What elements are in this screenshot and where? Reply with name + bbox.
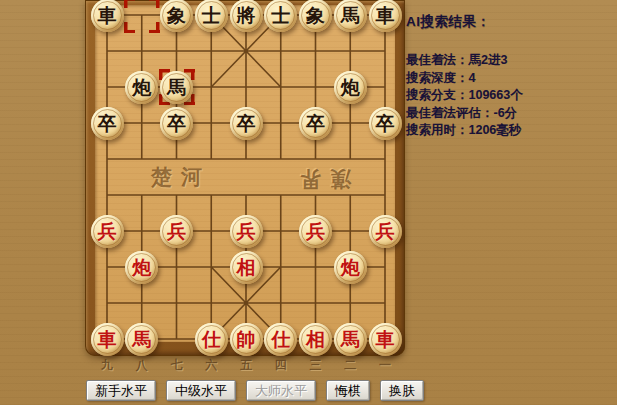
file-label: 八 <box>130 357 154 374</box>
piece-glyph: 炮 <box>334 71 367 104</box>
piece-red-chariot[interactable]: 車 <box>91 323 124 356</box>
ai-result-line: 最佳着法：馬2进3 <box>406 52 611 70</box>
piece-glyph: 車 <box>369 323 402 356</box>
file-label: 九 <box>95 357 119 374</box>
piece-red-soldier[interactable]: 兵 <box>160 215 193 248</box>
file-label: 四 <box>269 357 293 374</box>
app-window: 楚河 漢界 車象士將士象馬車炮馬炮卒卒卒卒卒兵兵兵兵兵炮相炮車馬仕帥仕相馬車 九… <box>0 0 617 405</box>
piece-glyph: 卒 <box>230 107 263 140</box>
piece-glyph: 士 <box>195 0 228 32</box>
ai-result-line: 最佳着法评估：-6分 <box>406 105 611 123</box>
file-label: 五 <box>234 357 258 374</box>
piece-red-horse[interactable]: 馬 <box>125 323 158 356</box>
piece-red-soldier[interactable]: 兵 <box>91 215 124 248</box>
piece-glyph: 炮 <box>125 71 158 104</box>
piece-red-general[interactable]: 帥 <box>230 323 263 356</box>
piece-red-elephant[interactable]: 相 <box>230 251 263 284</box>
piece-glyph: 馬 <box>334 0 367 32</box>
piece-glyph: 車 <box>91 323 124 356</box>
file-label: 一 <box>373 357 397 374</box>
piece-glyph: 炮 <box>334 251 367 284</box>
piece-glyph: 相 <box>299 323 332 356</box>
button-novice-level[interactable]: 新手水平 <box>86 380 156 401</box>
file-label: 三 <box>304 357 328 374</box>
piece-black-advisor[interactable]: 士 <box>264 0 297 32</box>
piece-glyph: 將 <box>230 0 263 32</box>
file-label: 二 <box>338 357 362 374</box>
piece-glyph: 卒 <box>299 107 332 140</box>
piece-glyph: 兵 <box>230 215 263 248</box>
piece-glyph: 象 <box>299 0 332 32</box>
piece-glyph: 象 <box>160 0 193 32</box>
piece-black-horse[interactable]: 馬 <box>160 71 193 104</box>
piece-black-chariot[interactable]: 車 <box>369 0 402 32</box>
piece-glyph: 車 <box>91 0 124 32</box>
river-text-left: 楚河 <box>143 163 219 191</box>
ai-panel-lines: 最佳着法：馬2进3搜索深度：4搜索分支：109663个最佳着法评估：-6分搜索用… <box>406 52 611 140</box>
piece-glyph: 兵 <box>160 215 193 248</box>
piece-black-cannon[interactable]: 炮 <box>334 71 367 104</box>
piece-glyph: 仕 <box>195 323 228 356</box>
piece-glyph: 卒 <box>91 107 124 140</box>
piece-glyph: 帥 <box>230 323 263 356</box>
piece-black-chariot[interactable]: 車 <box>91 0 124 32</box>
piece-glyph: 馬 <box>160 71 193 104</box>
piece-red-soldier[interactable]: 兵 <box>299 215 332 248</box>
piece-glyph: 馬 <box>125 323 158 356</box>
button-master-level[interactable]: 大师水平 <box>246 380 316 401</box>
piece-black-soldier[interactable]: 卒 <box>369 107 402 140</box>
piece-black-soldier[interactable]: 卒 <box>160 107 193 140</box>
piece-red-soldier[interactable]: 兵 <box>230 215 263 248</box>
ai-result-line: 搜索深度：4 <box>406 70 611 88</box>
piece-glyph: 卒 <box>369 107 402 140</box>
piece-glyph: 車 <box>369 0 402 32</box>
piece-black-horse[interactable]: 馬 <box>334 0 367 32</box>
piece-red-soldier[interactable]: 兵 <box>369 215 402 248</box>
piece-red-cannon[interactable]: 炮 <box>125 251 158 284</box>
ai-result-line: 搜索用时：1206毫秒 <box>406 122 611 140</box>
file-label: 六 <box>199 357 223 374</box>
piece-glyph: 士 <box>264 0 297 32</box>
piece-red-elephant[interactable]: 相 <box>299 323 332 356</box>
ai-panel-title: AI搜索结果： <box>406 13 611 31</box>
piece-black-elephant[interactable]: 象 <box>160 0 193 32</box>
file-labels: 九八七六五四三二一 <box>85 357 405 375</box>
piece-glyph: 卒 <box>160 107 193 140</box>
piece-red-cannon[interactable]: 炮 <box>334 251 367 284</box>
button-change-skin[interactable]: 换肤 <box>380 380 424 401</box>
ai-result-line: 搜索分支：109663个 <box>406 87 611 105</box>
river-text-right: 漢界 <box>283 165 359 193</box>
piece-glyph: 兵 <box>299 215 332 248</box>
move-from-marker <box>124 0 160 33</box>
piece-glyph: 馬 <box>334 323 367 356</box>
piece-glyph: 炮 <box>125 251 158 284</box>
file-label: 七 <box>165 357 189 374</box>
piece-red-advisor[interactable]: 仕 <box>264 323 297 356</box>
piece-black-soldier[interactable]: 卒 <box>230 107 263 140</box>
piece-glyph: 兵 <box>91 215 124 248</box>
ai-results-panel: AI搜索结果： 最佳着法：馬2进3搜索深度：4搜索分支：109663个最佳着法评… <box>406 13 611 140</box>
piece-black-advisor[interactable]: 士 <box>195 0 228 32</box>
button-intermediate-level[interactable]: 中级水平 <box>166 380 236 401</box>
piece-black-general[interactable]: 將 <box>230 0 263 32</box>
button-undo-move[interactable]: 悔棋 <box>326 380 370 401</box>
piece-glyph: 兵 <box>369 215 402 248</box>
piece-black-cannon[interactable]: 炮 <box>125 71 158 104</box>
piece-black-soldier[interactable]: 卒 <box>91 107 124 140</box>
piece-black-soldier[interactable]: 卒 <box>299 107 332 140</box>
xiangqi-board: 楚河 漢界 車象士將士象馬車炮馬炮卒卒卒卒卒兵兵兵兵兵炮相炮車馬仕帥仕相馬車 <box>85 0 405 356</box>
piece-red-chariot[interactable]: 車 <box>369 323 402 356</box>
piece-glyph: 仕 <box>264 323 297 356</box>
piece-glyph: 相 <box>230 251 263 284</box>
piece-black-elephant[interactable]: 象 <box>299 0 332 32</box>
piece-red-horse[interactable]: 馬 <box>334 323 367 356</box>
piece-red-advisor[interactable]: 仕 <box>195 323 228 356</box>
